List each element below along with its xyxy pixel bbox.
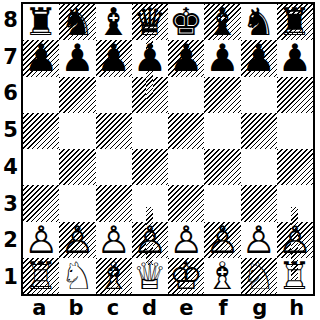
rank-label-1: 1 bbox=[0, 259, 21, 296]
square-c5[interactable] bbox=[96, 113, 132, 149]
file-label-b: b bbox=[58, 296, 95, 320]
square-e1[interactable]: ♔ bbox=[168, 258, 204, 294]
piece-wP-d2[interactable]: ♙ bbox=[133, 222, 167, 258]
rank-label-7: 7 bbox=[0, 39, 21, 76]
rank-label-2: 2 bbox=[0, 223, 21, 260]
square-a5[interactable] bbox=[23, 113, 59, 149]
square-d5[interactable] bbox=[132, 113, 168, 149]
piece-wP-b2[interactable]: ♙ bbox=[60, 222, 94, 258]
square-h8[interactable]: ♜ bbox=[277, 4, 313, 40]
square-f4[interactable] bbox=[204, 149, 240, 185]
piece-bP-d7[interactable]: ♟ bbox=[133, 40, 167, 76]
piece-bB-f8[interactable]: ♝ bbox=[205, 4, 239, 40]
square-g5[interactable] bbox=[241, 113, 277, 149]
square-g2[interactable]: ♙ bbox=[241, 222, 277, 258]
rank-label-3: 3 bbox=[0, 186, 21, 223]
piece-wP-h2[interactable]: ♙ bbox=[278, 222, 312, 258]
square-d1[interactable]: ♕ bbox=[132, 258, 168, 294]
square-b3[interactable] bbox=[59, 185, 95, 221]
square-a3[interactable] bbox=[23, 185, 59, 221]
file-label-c: c bbox=[95, 296, 132, 320]
file-label-f: f bbox=[205, 296, 242, 320]
file-label-e: e bbox=[168, 296, 205, 320]
piece-bN-g8[interactable]: ♞ bbox=[242, 4, 276, 40]
square-f1[interactable]: ♗ bbox=[204, 258, 240, 294]
square-a4[interactable] bbox=[23, 149, 59, 185]
square-b4[interactable] bbox=[59, 149, 95, 185]
piece-wP-g2[interactable]: ♙ bbox=[242, 222, 276, 258]
piece-bP-f7[interactable]: ♟ bbox=[205, 40, 239, 76]
square-h4[interactable] bbox=[277, 149, 313, 185]
piece-wP-c2[interactable]: ♙ bbox=[97, 222, 131, 258]
piece-bP-g7[interactable]: ♟ bbox=[242, 40, 276, 76]
square-e8[interactable]: ♚ bbox=[168, 4, 204, 40]
square-g8[interactable]: ♞ bbox=[241, 4, 277, 40]
rank-label-8: 8 bbox=[0, 2, 21, 39]
piece-wP-e2[interactable]: ♙ bbox=[169, 222, 203, 258]
square-g4[interactable] bbox=[241, 149, 277, 185]
square-f6[interactable] bbox=[204, 77, 240, 113]
square-g7[interactable]: ♟ bbox=[241, 40, 277, 76]
piece-bP-b7[interactable]: ♟ bbox=[60, 40, 94, 76]
file-labels: abcdefgh bbox=[21, 296, 315, 320]
piece-wP-f2[interactable]: ♙ bbox=[205, 222, 239, 258]
rank-label-4: 4 bbox=[0, 149, 21, 186]
square-c3[interactable] bbox=[96, 185, 132, 221]
square-a2[interactable]: ♙ bbox=[23, 222, 59, 258]
square-a8[interactable]: ♜ bbox=[23, 4, 59, 40]
square-f3[interactable] bbox=[204, 185, 240, 221]
square-b2[interactable]: ♙ bbox=[59, 222, 95, 258]
piece-bQ-d8[interactable]: ♛ bbox=[133, 4, 167, 40]
square-f7[interactable]: ♟ bbox=[204, 40, 240, 76]
square-a7[interactable]: ♟ bbox=[23, 40, 59, 76]
square-h5[interactable] bbox=[277, 113, 313, 149]
square-e3[interactable] bbox=[168, 185, 204, 221]
square-e5[interactable] bbox=[168, 113, 204, 149]
rank-label-5: 5 bbox=[0, 112, 21, 149]
square-b8[interactable]: ♞ bbox=[59, 4, 95, 40]
piece-wB-c1[interactable]: ♗ bbox=[97, 258, 131, 294]
square-d4[interactable] bbox=[132, 149, 168, 185]
square-c6[interactable] bbox=[96, 77, 132, 113]
square-e6[interactable] bbox=[168, 77, 204, 113]
square-b1[interactable]: ♘ bbox=[59, 258, 95, 294]
square-f5[interactable] bbox=[204, 113, 240, 149]
square-d7[interactable]: ♟ bbox=[132, 40, 168, 76]
piece-bR-h8[interactable]: ♜ bbox=[278, 4, 312, 40]
rank-labels: 87654321 bbox=[0, 2, 21, 296]
piece-bP-c7[interactable]: ♟ bbox=[97, 40, 131, 76]
square-b7[interactable]: ♟ bbox=[59, 40, 95, 76]
square-e2[interactable]: ♙ bbox=[168, 222, 204, 258]
square-h2[interactable]: ♙ bbox=[277, 222, 313, 258]
piece-bP-a7[interactable]: ♟ bbox=[24, 40, 58, 76]
square-c8[interactable]: ♝ bbox=[96, 4, 132, 40]
file-label-h: h bbox=[278, 296, 315, 320]
chess-diagram: 87654321 ♜♞♝♛♚♝♞♜♟♟♟♟♟♟♟♟♙♙♙♙♙♙♙♙♖♘♗♕♔♗♘… bbox=[0, 0, 320, 320]
square-d8[interactable]: ♛ bbox=[132, 4, 168, 40]
piece-bP-e7[interactable]: ♟ bbox=[169, 40, 203, 76]
piece-bK-e8[interactable]: ♚ bbox=[169, 4, 203, 40]
square-g6[interactable] bbox=[241, 77, 277, 113]
square-f8[interactable]: ♝ bbox=[204, 4, 240, 40]
chess-board: ♜♞♝♛♚♝♞♜♟♟♟♟♟♟♟♟♙♙♙♙♙♙♙♙♖♘♗♕♔♗♘♖ bbox=[21, 2, 315, 296]
square-h1[interactable]: ♖ bbox=[277, 258, 313, 294]
piece-wK-e1[interactable]: ♔ bbox=[169, 258, 203, 294]
file-label-d: d bbox=[131, 296, 168, 320]
piece-bB-c8[interactable]: ♝ bbox=[97, 4, 131, 40]
square-b5[interactable] bbox=[59, 113, 95, 149]
square-d2[interactable]: ♙ bbox=[132, 222, 168, 258]
square-a1[interactable]: ♖ bbox=[23, 258, 59, 294]
square-b6[interactable] bbox=[59, 77, 95, 113]
square-e7[interactable]: ♟ bbox=[168, 40, 204, 76]
square-h7[interactable]: ♟ bbox=[277, 40, 313, 76]
piece-wQ-d1[interactable]: ♕ bbox=[133, 258, 167, 294]
rank-label-6: 6 bbox=[0, 76, 21, 113]
piece-bN-b8[interactable]: ♞ bbox=[60, 4, 94, 40]
square-f2[interactable]: ♙ bbox=[204, 222, 240, 258]
piece-bR-a8[interactable]: ♜ bbox=[24, 4, 58, 40]
square-c4[interactable] bbox=[96, 149, 132, 185]
square-g3[interactable] bbox=[241, 185, 277, 221]
square-c2[interactable]: ♙ bbox=[96, 222, 132, 258]
piece-wP-a2[interactable]: ♙ bbox=[24, 222, 58, 258]
file-label-g: g bbox=[242, 296, 279, 320]
file-label-a: a bbox=[21, 296, 58, 320]
piece-wN-b1[interactable]: ♘ bbox=[60, 258, 94, 294]
square-c7[interactable]: ♟ bbox=[96, 40, 132, 76]
piece-wN-g1[interactable]: ♘ bbox=[242, 258, 276, 294]
piece-wB-f1[interactable]: ♗ bbox=[205, 258, 239, 294]
piece-wR-a1[interactable]: ♖ bbox=[24, 258, 58, 294]
square-a6[interactable] bbox=[23, 77, 59, 113]
piece-bP-h7[interactable]: ♟ bbox=[278, 40, 312, 76]
square-g1[interactable]: ♘ bbox=[241, 258, 277, 294]
square-c1[interactable]: ♗ bbox=[96, 258, 132, 294]
piece-wR-h1[interactable]: ♖ bbox=[278, 258, 312, 294]
square-e4[interactable] bbox=[168, 149, 204, 185]
square-h6[interactable] bbox=[277, 77, 313, 113]
